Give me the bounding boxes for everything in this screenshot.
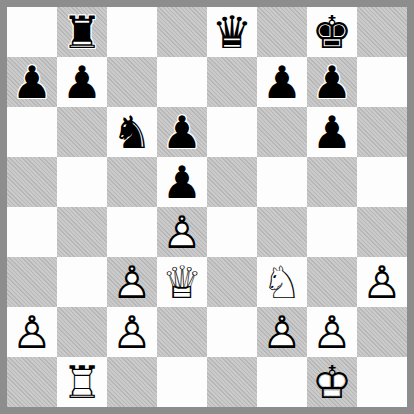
square-d1[interactable] [157, 357, 207, 407]
square-a8[interactable] [7, 7, 57, 57]
white-knight-icon: ♘ [257, 257, 307, 307]
square-a6[interactable] [7, 107, 57, 157]
white-pawn-icon: ♙ [107, 307, 157, 357]
square-g7[interactable]: ♟ [307, 57, 357, 107]
chess-board-frame: ♜♛♚♟♟♟♟♞♟♟♟♟♙♟♙♛♕♞♘♟♙♟♙♟♙♟♙♟♙♜♖♚♔ [0, 0, 414, 414]
square-d7[interactable] [157, 57, 207, 107]
white-rook-icon: ♖ [57, 357, 107, 407]
chess-board: ♜♛♚♟♟♟♟♞♟♟♟♟♙♟♙♛♕♞♘♟♙♟♙♟♙♟♙♟♙♜♖♚♔ [7, 7, 407, 407]
square-b2[interactable] [57, 307, 107, 357]
white-king-fill: ♚ [307, 357, 357, 407]
square-c4[interactable] [107, 207, 157, 257]
square-f4[interactable] [257, 207, 307, 257]
black-pawn-icon: ♟ [257, 57, 307, 107]
square-f8[interactable] [257, 7, 307, 57]
square-c7[interactable] [107, 57, 157, 107]
white-pawn-icon: ♙ [157, 207, 207, 257]
white-pawn-fill: ♟ [307, 307, 357, 357]
square-b4[interactable] [57, 207, 107, 257]
black-pawn-icon: ♟ [157, 107, 207, 157]
white-pawn-fill: ♟ [157, 207, 207, 257]
square-e8[interactable]: ♛ [207, 7, 257, 57]
square-b3[interactable] [57, 257, 107, 307]
square-f7[interactable]: ♟ [257, 57, 307, 107]
square-c6[interactable]: ♞ [107, 107, 157, 157]
square-d8[interactable] [157, 7, 207, 57]
square-c5[interactable] [107, 157, 157, 207]
black-rook-icon: ♜ [57, 7, 107, 57]
square-h2[interactable] [357, 307, 407, 357]
square-b5[interactable] [57, 157, 107, 207]
square-f3[interactable]: ♞♘ [257, 257, 307, 307]
square-e2[interactable] [207, 307, 257, 357]
square-h8[interactable] [357, 7, 407, 57]
square-e7[interactable] [207, 57, 257, 107]
white-king-icon: ♔ [307, 357, 357, 407]
white-pawn-icon: ♙ [107, 257, 157, 307]
square-d5[interactable]: ♟ [157, 157, 207, 207]
white-knight-fill: ♞ [257, 257, 307, 307]
square-c8[interactable] [107, 7, 157, 57]
square-b1[interactable]: ♜♖ [57, 357, 107, 407]
square-g5[interactable] [307, 157, 357, 207]
square-f2[interactable]: ♟♙ [257, 307, 307, 357]
square-e6[interactable] [207, 107, 257, 157]
square-d6[interactable]: ♟ [157, 107, 207, 157]
square-f6[interactable] [257, 107, 307, 157]
white-pawn-fill: ♟ [107, 307, 157, 357]
white-queen-icon: ♕ [157, 257, 207, 307]
white-pawn-icon: ♙ [7, 307, 57, 357]
square-a7[interactable]: ♟ [7, 57, 57, 107]
square-a1[interactable] [7, 357, 57, 407]
square-d4[interactable]: ♟♙ [157, 207, 207, 257]
square-g4[interactable] [307, 207, 357, 257]
square-h3[interactable]: ♟♙ [357, 257, 407, 307]
square-c2[interactable]: ♟♙ [107, 307, 157, 357]
black-pawn-icon: ♟ [157, 157, 207, 207]
square-h1[interactable] [357, 357, 407, 407]
white-pawn-fill: ♟ [357, 257, 407, 307]
square-a2[interactable]: ♟♙ [7, 307, 57, 357]
square-b7[interactable]: ♟ [57, 57, 107, 107]
square-d3[interactable]: ♛♕ [157, 257, 207, 307]
square-b6[interactable] [57, 107, 107, 157]
square-h6[interactable] [357, 107, 407, 157]
square-g6[interactable]: ♟ [307, 107, 357, 157]
black-king-icon: ♚ [307, 7, 357, 57]
square-g1[interactable]: ♚♔ [307, 357, 357, 407]
square-c1[interactable] [107, 357, 157, 407]
square-e4[interactable] [207, 207, 257, 257]
square-h7[interactable] [357, 57, 407, 107]
white-pawn-icon: ♙ [307, 307, 357, 357]
square-h4[interactable] [357, 207, 407, 257]
square-e3[interactable] [207, 257, 257, 307]
square-h5[interactable] [357, 157, 407, 207]
square-f5[interactable] [257, 157, 307, 207]
black-knight-icon: ♞ [107, 107, 157, 157]
square-a5[interactable] [7, 157, 57, 207]
black-pawn-icon: ♟ [7, 57, 57, 107]
black-pawn-icon: ♟ [307, 57, 357, 107]
square-a3[interactable] [7, 257, 57, 307]
white-pawn-icon: ♙ [357, 257, 407, 307]
white-pawn-fill: ♟ [257, 307, 307, 357]
square-b8[interactable]: ♜ [57, 7, 107, 57]
square-a4[interactable] [7, 207, 57, 257]
white-pawn-fill: ♟ [7, 307, 57, 357]
black-pawn-icon: ♟ [307, 107, 357, 157]
white-pawn-fill: ♟ [107, 257, 157, 307]
square-g8[interactable]: ♚ [307, 7, 357, 57]
black-queen-icon: ♛ [207, 7, 257, 57]
square-d2[interactable] [157, 307, 207, 357]
square-g3[interactable] [307, 257, 357, 307]
white-queen-fill: ♛ [157, 257, 207, 307]
square-c3[interactable]: ♟♙ [107, 257, 157, 307]
square-g2[interactable]: ♟♙ [307, 307, 357, 357]
white-pawn-icon: ♙ [257, 307, 307, 357]
black-pawn-icon: ♟ [57, 57, 107, 107]
square-e5[interactable] [207, 157, 257, 207]
square-e1[interactable] [207, 357, 257, 407]
white-rook-fill: ♜ [57, 357, 107, 407]
square-f1[interactable] [257, 357, 307, 407]
